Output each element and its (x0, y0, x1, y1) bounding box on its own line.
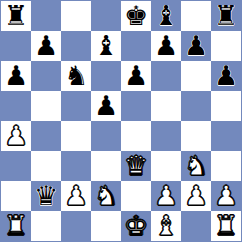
square-e4[interactable] (121, 121, 151, 151)
square-f1[interactable]: ♝ (151, 211, 181, 241)
square-e1[interactable]: ♚ (121, 211, 151, 241)
black-pawn: ♟ (4, 61, 28, 91)
square-a7[interactable] (1, 31, 31, 61)
square-b7[interactable]: ♟ (31, 31, 61, 61)
square-d3[interactable] (91, 151, 121, 181)
black-pawn: ♟ (214, 61, 238, 91)
square-c1[interactable] (61, 211, 91, 241)
square-h7[interactable] (211, 31, 241, 61)
black-rook: ♜ (4, 1, 28, 31)
white-knight: ♞ (184, 151, 208, 181)
square-c2[interactable]: ♟ (61, 181, 91, 211)
white-rook: ♜ (214, 211, 238, 241)
square-d4[interactable] (91, 121, 121, 151)
square-b5[interactable] (31, 91, 61, 121)
square-c3[interactable] (61, 151, 91, 181)
square-g2[interactable]: ♟ (181, 181, 211, 211)
square-h8[interactable]: ♜ (211, 1, 241, 31)
black-bishop: ♝ (94, 31, 118, 61)
square-a2[interactable] (1, 181, 31, 211)
white-queen: ♛ (124, 151, 148, 181)
square-e2[interactable] (121, 181, 151, 211)
square-b8[interactable] (31, 1, 61, 31)
square-g1[interactable] (181, 211, 211, 241)
square-a8[interactable]: ♜ (1, 1, 31, 31)
square-a4[interactable]: ♟ (1, 121, 31, 151)
black-queen: ♛ (34, 181, 58, 211)
white-bishop: ♝ (154, 211, 178, 241)
square-h2[interactable]: ♟ (211, 181, 241, 211)
square-b6[interactable] (31, 61, 61, 91)
white-knight: ♞ (94, 181, 118, 211)
square-a5[interactable] (1, 91, 31, 121)
square-d5[interactable]: ♟ (91, 91, 121, 121)
black-king: ♚ (124, 1, 148, 31)
chess-board-grid: ♜♚♝♜♟♝♟♟♟♞♟♟♟♟♛♞♛♟♞♟♟♟♜♚♝♜ (1, 1, 241, 241)
square-c7[interactable] (61, 31, 91, 61)
square-h4[interactable] (211, 121, 241, 151)
black-pawn: ♟ (94, 91, 118, 121)
square-f3[interactable] (151, 151, 181, 181)
white-pawn: ♟ (64, 181, 88, 211)
black-pawn: ♟ (124, 61, 148, 91)
square-e3[interactable]: ♛ (121, 151, 151, 181)
square-c5[interactable] (61, 91, 91, 121)
square-d8[interactable] (91, 1, 121, 31)
square-d1[interactable] (91, 211, 121, 241)
black-pawn: ♟ (184, 31, 208, 61)
square-f2[interactable]: ♟ (151, 181, 181, 211)
square-d7[interactable]: ♝ (91, 31, 121, 61)
square-g7[interactable]: ♟ (181, 31, 211, 61)
square-c4[interactable] (61, 121, 91, 151)
black-bishop: ♝ (154, 1, 178, 31)
square-g8[interactable] (181, 1, 211, 31)
square-e6[interactable]: ♟ (121, 61, 151, 91)
white-pawn: ♟ (4, 121, 28, 151)
square-g5[interactable] (181, 91, 211, 121)
square-b3[interactable] (31, 151, 61, 181)
square-h5[interactable] (211, 91, 241, 121)
square-a6[interactable]: ♟ (1, 61, 31, 91)
white-pawn: ♟ (154, 181, 178, 211)
square-e5[interactable] (121, 91, 151, 121)
square-b4[interactable] (31, 121, 61, 151)
square-a3[interactable] (1, 151, 31, 181)
square-b1[interactable] (31, 211, 61, 241)
white-rook: ♜ (4, 211, 28, 241)
square-f4[interactable] (151, 121, 181, 151)
square-e8[interactable]: ♚ (121, 1, 151, 31)
black-pawn: ♟ (34, 31, 58, 61)
square-f5[interactable] (151, 91, 181, 121)
square-f7[interactable]: ♟ (151, 31, 181, 61)
square-h1[interactable]: ♜ (211, 211, 241, 241)
square-g4[interactable] (181, 121, 211, 151)
square-h6[interactable]: ♟ (211, 61, 241, 91)
black-rook: ♜ (214, 1, 238, 31)
white-pawn: ♟ (184, 181, 208, 211)
square-a1[interactable]: ♜ (1, 211, 31, 241)
white-pawn: ♟ (214, 181, 238, 211)
square-g6[interactable] (181, 61, 211, 91)
black-pawn: ♟ (154, 31, 178, 61)
square-b2[interactable]: ♛ (31, 181, 61, 211)
white-king: ♚ (124, 211, 148, 241)
square-d2[interactable]: ♞ (91, 181, 121, 211)
square-c8[interactable] (61, 1, 91, 31)
square-f6[interactable] (151, 61, 181, 91)
square-g3[interactable]: ♞ (181, 151, 211, 181)
black-knight: ♞ (64, 61, 88, 91)
square-d6[interactable] (91, 61, 121, 91)
square-c6[interactable]: ♞ (61, 61, 91, 91)
chess-board: ♜♚♝♜♟♝♟♟♟♞♟♟♟♟♛♞♛♟♞♟♟♟♜♚♝♜ (0, 0, 242, 242)
square-e7[interactable] (121, 31, 151, 61)
square-h3[interactable] (211, 151, 241, 181)
square-f8[interactable]: ♝ (151, 1, 181, 31)
